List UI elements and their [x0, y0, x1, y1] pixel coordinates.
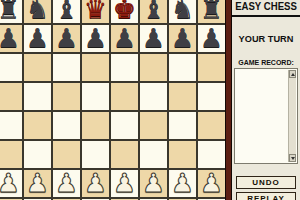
square-e7[interactable]: ♟	[111, 25, 138, 52]
white-pawn-b2: ♟	[26, 170, 49, 197]
side-panel: EASY CHESS YOUR TURN GAME RECORD: UNDO R…	[232, 0, 300, 200]
game-record-box	[234, 68, 298, 164]
black-rook-a8: ♜	[0, 0, 20, 23]
black-pawn-h7: ♟	[200, 25, 223, 52]
square-e4[interactable]	[111, 112, 138, 139]
square-f4[interactable]	[140, 112, 167, 139]
square-d7[interactable]: ♟	[82, 25, 109, 52]
black-pawn-c7: ♟	[55, 25, 78, 52]
square-e5[interactable]	[111, 83, 138, 110]
square-a1[interactable]: ♜	[0, 199, 22, 200]
square-e1[interactable]: ♚	[111, 199, 138, 200]
square-g8[interactable]: ♞	[169, 0, 196, 23]
white-queen-d1: ♛	[84, 199, 107, 200]
square-a8[interactable]: ♜	[0, 0, 22, 23]
square-f3[interactable]	[140, 141, 167, 168]
square-g4[interactable]	[169, 112, 196, 139]
white-pawn-a2: ♟	[0, 170, 20, 197]
square-g6[interactable]	[169, 54, 196, 81]
square-f7[interactable]: ♟	[140, 25, 167, 52]
white-knight-b1: ♞	[26, 199, 49, 200]
white-pawn-g2: ♟	[171, 170, 194, 197]
square-d8[interactable]: ♛	[82, 0, 109, 23]
square-g5[interactable]	[169, 83, 196, 110]
square-c3[interactable]	[53, 141, 80, 168]
square-b8[interactable]: ♞	[24, 0, 51, 23]
black-bishop-c8: ♝	[55, 0, 78, 23]
white-knight-g1: ♞	[171, 199, 194, 200]
scroll-down-arrow-icon	[291, 157, 295, 160]
square-b6[interactable]	[24, 54, 51, 81]
square-d2[interactable]: ♟	[82, 170, 109, 197]
black-pawn-g7: ♟	[171, 25, 194, 52]
scroll-up-arrow-icon	[291, 73, 295, 76]
game-record-content	[237, 70, 288, 162]
black-knight-g8: ♞	[171, 0, 194, 23]
square-c7[interactable]: ♟	[53, 25, 80, 52]
title-underline	[232, 15, 300, 17]
white-pawn-f2: ♟	[142, 170, 165, 197]
square-f1[interactable]: ♝	[140, 199, 167, 200]
square-b1[interactable]: ♞	[24, 199, 51, 200]
square-h7[interactable]: ♟	[198, 25, 225, 52]
square-c6[interactable]	[53, 54, 80, 81]
black-pawn-f7: ♟	[142, 25, 165, 52]
black-pawn-a7: ♟	[0, 25, 20, 52]
square-a6[interactable]	[0, 54, 22, 81]
square-c8[interactable]: ♝	[53, 0, 80, 23]
square-f6[interactable]	[140, 54, 167, 81]
square-g1[interactable]: ♞	[169, 199, 196, 200]
white-rook-a1: ♜	[0, 199, 20, 200]
record-scrollbar[interactable]	[288, 70, 296, 162]
undo-button[interactable]: UNDO	[236, 176, 296, 189]
square-b5[interactable]	[24, 83, 51, 110]
square-b3[interactable]	[24, 141, 51, 168]
square-a7[interactable]: ♟	[0, 25, 22, 52]
square-g2[interactable]: ♟	[169, 170, 196, 197]
square-h3[interactable]	[198, 141, 225, 168]
white-bishop-f1: ♝	[142, 199, 165, 200]
square-d1[interactable]: ♛	[82, 199, 109, 200]
square-g3[interactable]	[169, 141, 196, 168]
replay-button[interactable]: REPLAY	[236, 192, 296, 200]
scroll-down-button[interactable]	[289, 154, 296, 162]
square-f8[interactable]: ♝	[140, 0, 167, 23]
square-c4[interactable]	[53, 112, 80, 139]
square-e2[interactable]: ♟	[111, 170, 138, 197]
black-pawn-e7: ♟	[113, 25, 136, 52]
black-pawn-b7: ♟	[26, 25, 49, 52]
square-h4[interactable]	[198, 112, 225, 139]
white-pawn-h2: ♟	[200, 170, 223, 197]
square-a3[interactable]	[0, 141, 22, 168]
white-rook-h1: ♜	[200, 199, 223, 200]
white-bishop-c1: ♝	[55, 199, 78, 200]
square-h8[interactable]: ♜	[198, 0, 225, 23]
black-queen-d8: ♛	[84, 0, 107, 23]
white-pawn-e2: ♟	[113, 170, 136, 197]
black-knight-b8: ♞	[26, 0, 49, 23]
square-h6[interactable]	[198, 54, 225, 81]
square-d3[interactable]	[82, 141, 109, 168]
square-b2[interactable]: ♟	[24, 170, 51, 197]
square-e6[interactable]	[111, 54, 138, 81]
square-h5[interactable]	[198, 83, 225, 110]
square-h2[interactable]: ♟	[198, 170, 225, 197]
scroll-up-button[interactable]	[289, 70, 296, 78]
white-pawn-d2: ♟	[84, 170, 107, 197]
black-king-e8: ♚	[113, 0, 136, 23]
square-g7[interactable]: ♟	[169, 25, 196, 52]
black-bishop-f8: ♝	[142, 0, 165, 23]
black-rook-h8: ♜	[200, 0, 223, 23]
square-f5[interactable]	[140, 83, 167, 110]
square-b7[interactable]: ♟	[24, 25, 51, 52]
square-c2[interactable]: ♟	[53, 170, 80, 197]
square-b4[interactable]	[24, 112, 51, 139]
chess-board-area: ♜♞♝♛♚♝♞♜♟♟♟♟♟♟♟♟♟♟♟♟♟♟♟♟♜♞♝♛♚♝♞♜	[0, 0, 225, 200]
square-e8[interactable]: ♚	[111, 0, 138, 23]
square-d6[interactable]	[82, 54, 109, 81]
square-a4[interactable]	[0, 112, 22, 139]
square-d5[interactable]	[82, 83, 109, 110]
black-pawn-d7: ♟	[84, 25, 107, 52]
turn-indicator: YOUR TURN	[233, 33, 299, 44]
square-e3[interactable]	[111, 141, 138, 168]
square-f2[interactable]: ♟	[140, 170, 167, 197]
square-a2[interactable]: ♟	[0, 170, 22, 197]
square-h1[interactable]: ♜	[198, 199, 225, 200]
chess-board[interactable]: ♜♞♝♛♚♝♞♜♟♟♟♟♟♟♟♟♟♟♟♟♟♟♟♟♜♞♝♛♚♝♞♜	[0, 0, 225, 200]
square-a5[interactable]	[0, 83, 22, 110]
white-king-e1: ♚	[113, 199, 136, 200]
white-pawn-c2: ♟	[55, 170, 78, 197]
board-edge-divider	[225, 0, 232, 200]
game-title: EASY CHESS	[233, 1, 298, 12]
square-d4[interactable]	[82, 112, 109, 139]
square-c1[interactable]: ♝	[53, 199, 80, 200]
square-c5[interactable]	[53, 83, 80, 110]
game-record-label: GAME RECORD:	[232, 59, 300, 66]
